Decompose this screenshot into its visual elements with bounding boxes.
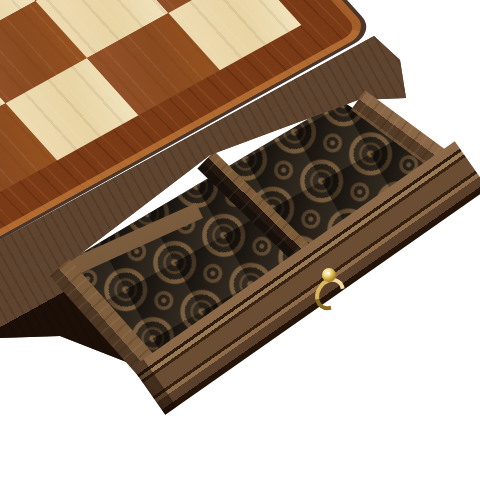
drawer-knob[interactable]	[313, 262, 349, 312]
knob-glint	[327, 272, 330, 275]
chess-table-scene	[0, 0, 480, 480]
knob-cap-icon	[322, 268, 336, 282]
